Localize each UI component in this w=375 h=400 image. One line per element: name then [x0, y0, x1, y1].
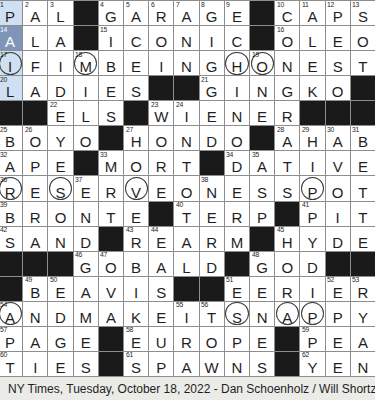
grid-cell-r9c6[interactable]: E [124, 202, 148, 226]
clue-number: 23 [151, 102, 158, 109]
grid-cell-r14c4[interactable]: E [74, 327, 98, 351]
grid-cell-r13c9[interactable]: 56T [200, 302, 224, 326]
grid-cell-r4c10[interactable]: I [225, 76, 249, 100]
grid-cell-r2c1[interactable]: 14A [0, 26, 22, 50]
cell-letter: N [250, 309, 274, 326]
grid-cell-r8c2[interactable]: E [23, 176, 47, 200]
clue-number: 37 [75, 177, 82, 184]
grid-cell-r1c13[interactable]: 11A [300, 1, 324, 25]
grid-cell-r5c13 [300, 101, 324, 125]
grid-cell-r11c5[interactable]: 47O [99, 252, 123, 276]
grid-cell-r10c8[interactable]: A [174, 227, 198, 251]
grid-cell-r7c11[interactable]: 35A [250, 151, 274, 175]
grid-cell-r1c5[interactable]: 4G [99, 1, 123, 25]
clue-number: 16 [277, 27, 284, 34]
grid-cell-r6c9[interactable]: D [200, 126, 224, 150]
grid-cell-r14c13[interactable]: 59P [300, 327, 324, 351]
grid-cell-r10c12[interactable]: 45H [275, 227, 299, 251]
grid-cell-r3c9[interactable]: G [200, 51, 224, 75]
cell-letter: P [149, 359, 173, 376]
grid-cell-r3c15[interactable]: T [351, 51, 375, 75]
grid-cell-r12c11[interactable]: E [250, 277, 274, 301]
grid-cell-r15c11[interactable]: S [250, 352, 274, 376]
grid-cell-r14c2[interactable]: A [23, 327, 47, 351]
grid-cell-r5c12[interactable]: R [275, 101, 299, 125]
grid-cell-r2c2[interactable]: L [23, 26, 47, 50]
grid-cell-r6c13[interactable]: 29H [300, 126, 324, 150]
cell-letter: S [124, 359, 148, 376]
grid-cell-r12c6[interactable]: I [124, 277, 148, 301]
grid-cell-r2c10[interactable]: C [225, 26, 249, 50]
cell-letter: E [149, 309, 173, 326]
grid-cell-r2c11 [250, 26, 274, 50]
cell-letter: S [74, 359, 98, 376]
clue-number: 26 [25, 127, 32, 134]
grid-cell-r15c14[interactable]: E [326, 352, 350, 376]
grid-cell-r14c8[interactable]: R [174, 327, 198, 351]
grid-cell-r12c15[interactable]: 53R [351, 277, 375, 301]
grid-cell-r9c10[interactable]: R [225, 202, 249, 226]
cell-letter: S [275, 184, 299, 201]
grid-cell-r9c2[interactable]: R [23, 202, 47, 226]
grid-cell-r11c12[interactable]: O [275, 252, 299, 276]
grid-cell-r10c2[interactable]: A [23, 227, 47, 251]
grid-cell-r1c14[interactable]: 12P [326, 1, 350, 25]
grid-cell-r13c1[interactable]: 54A [0, 302, 22, 326]
grid-cell-r2c6[interactable]: C [124, 26, 148, 50]
grid-cell-r15c5 [99, 352, 123, 376]
grid-cell-r5c7[interactable]: 23W [149, 101, 173, 125]
grid-cell-r5c15 [351, 101, 375, 125]
grid-cell-r2c13[interactable]: L [300, 26, 324, 50]
grid-cell-r10c4[interactable]: D [74, 227, 98, 251]
grid-cell-r10c13[interactable]: Y [300, 227, 324, 251]
cell-letter: E [48, 108, 72, 125]
grid-cell-r2c7[interactable]: O [149, 26, 173, 50]
cell-letter: Y [300, 359, 324, 376]
clue-number: 42 [0, 227, 7, 234]
cell-letter: A [300, 8, 324, 25]
cell-letter: E [74, 184, 98, 201]
cell-letter: O [200, 334, 224, 351]
cell-letter: P [23, 158, 47, 175]
grid-cell-r12c12[interactable]: R [275, 277, 299, 301]
grid-cell-r11c2 [23, 252, 47, 276]
grid-cell-r5c10[interactable]: N [225, 101, 249, 125]
grid-cell-r4c14[interactable]: O [326, 76, 350, 100]
grid-cell-r11c13[interactable]: D [300, 252, 324, 276]
grid-cell-r13c2[interactable]: N [23, 302, 47, 326]
clue-number: 5 [126, 2, 130, 9]
cell-letter: E [48, 284, 72, 301]
grid-cell-r8c3[interactable]: S [48, 176, 72, 200]
grid-cell-r9c4[interactable]: N [74, 202, 98, 226]
grid-cell-r4c1[interactable]: 20L [0, 76, 22, 100]
grid-cell-r14c1[interactable]: 57P [0, 327, 22, 351]
clue-number: 61 [126, 352, 133, 359]
cell-letter: T [174, 158, 198, 175]
grid-cell-r1c1[interactable]: 1P [0, 1, 22, 25]
grid-cell-r4c9[interactable]: 21G [200, 76, 224, 100]
grid-cell-r1c12[interactable]: 10C [275, 1, 299, 25]
cell-letter: A [250, 158, 274, 175]
grid-cell-r6c7[interactable]: O [149, 126, 173, 150]
cell-letter: O [275, 259, 299, 276]
grid-cell-r3c5[interactable]: B [99, 51, 123, 75]
cell-letter: E [149, 234, 173, 251]
clue-number: 49 [25, 277, 32, 284]
grid-cell-r11c6[interactable]: B [124, 252, 148, 276]
grid-cell-r12c2[interactable]: 49B [23, 277, 47, 301]
grid-cell-r8c10[interactable]: E [225, 176, 249, 200]
cell-letter: A [23, 334, 47, 351]
grid-cell-r14c15[interactable]: A [351, 327, 375, 351]
cell-letter: A [74, 284, 98, 301]
grid-cell-r3c6[interactable]: E [124, 51, 148, 75]
grid-cell-r12c14[interactable]: 52E [326, 277, 350, 301]
clue-number: 58 [126, 327, 133, 334]
grid-cell-r11c9[interactable]: D [200, 252, 224, 276]
cell-letter: A [174, 8, 198, 25]
grid-cell-r4c3[interactable]: D [48, 76, 72, 100]
grid-cell-r13c8[interactable]: 55I [174, 302, 198, 326]
grid-cell-r6c1[interactable]: 25B [0, 126, 22, 150]
grid-cell-r1c6[interactable]: 5A [124, 1, 148, 25]
grid-cell-r8c15[interactable]: T [351, 176, 375, 200]
clue-number: 52 [327, 277, 334, 284]
grid-cell-r15c6[interactable]: 61S [124, 352, 148, 376]
cell-letter: B [124, 259, 148, 276]
grid-cell-r12c9 [200, 277, 224, 301]
clue-number: 17 [0, 52, 7, 59]
grid-cell-r5c11[interactable]: E [250, 101, 274, 125]
cell-letter: K [300, 83, 324, 100]
grid-cell-r1c3[interactable]: 3L [48, 1, 72, 25]
grid-cell-r11c7[interactable]: A [149, 252, 173, 276]
grid-cell-r10c15[interactable]: E [351, 227, 375, 251]
grid-cell-r8c9[interactable]: 38N [200, 176, 224, 200]
grid-cell-r15c13[interactable]: 62Y [300, 352, 324, 376]
cell-letter: I [326, 209, 350, 226]
grid-cell-r3c12[interactable]: N [275, 51, 299, 75]
cell-letter: S [48, 184, 72, 201]
grid-cell-r15c1[interactable]: 60T [0, 352, 22, 376]
grid-cell-r4c5[interactable]: E [99, 76, 123, 100]
clue-number: 39 [0, 202, 7, 209]
grid-cell-r1c9[interactable]: 8G [200, 1, 224, 25]
cell-letter: P [326, 309, 350, 326]
grid-cell-r10c6[interactable]: 43R [124, 227, 148, 251]
grid-cell-r6c15[interactable]: 31B [351, 126, 375, 150]
grid-cell-r7c13[interactable]: I [300, 151, 324, 175]
grid-cell-r3c7[interactable]: I [149, 51, 173, 75]
grid-cell-r5c9[interactable]: E [200, 101, 224, 125]
grid-cell-r5c8[interactable]: 24I [174, 101, 198, 125]
grid-cell-r8c11[interactable]: S [250, 176, 274, 200]
cell-letter: O [250, 58, 274, 75]
grid-cell-r10c3[interactable]: N [48, 227, 72, 251]
grid-cell-r4c7 [149, 76, 173, 100]
grid-cell-r13c15[interactable]: Y [351, 302, 375, 326]
grid-cell-r1c11 [250, 1, 274, 25]
grid-cell-r9c3[interactable]: O [48, 202, 72, 226]
cell-letter: R [0, 184, 22, 201]
grid-cell-r3c13[interactable]: E [300, 51, 324, 75]
cell-letter: M [74, 309, 98, 326]
grid-cell-r14c3[interactable]: G [48, 327, 72, 351]
grid-cell-r4c13[interactable]: K [300, 76, 324, 100]
grid-cell-r8c8[interactable]: O [174, 176, 198, 200]
grid-cell-r15c7[interactable]: P [149, 352, 173, 376]
grid-cell-r13c4[interactable]: M [74, 302, 98, 326]
grid-cell-r15c9[interactable]: W [200, 352, 224, 376]
grid-cell-r8c14[interactable]: O [326, 176, 350, 200]
grid-cell-r2c3[interactable]: A [48, 26, 72, 50]
grid-cell-r13c14[interactable]: P [326, 302, 350, 326]
grid-cell-r8c6[interactable]: V [124, 176, 148, 200]
cell-letter: S [250, 359, 274, 376]
clue-number: 44 [151, 227, 158, 234]
cell-letter: L [174, 259, 198, 276]
grid-cell-r13c11[interactable]: N [250, 302, 274, 326]
grid-cell-r6c3[interactable]: Y [48, 126, 72, 150]
cell-letter: L [23, 33, 47, 50]
clue-number: 62 [302, 352, 309, 359]
clue-number: 8 [201, 2, 205, 9]
grid-cell-r6c8[interactable]: N [174, 126, 198, 150]
cell-letter: R [124, 234, 148, 251]
grid-cell-r3c1[interactable]: 17I [0, 51, 22, 75]
cell-letter: T [351, 184, 375, 201]
grid-cell-r6c10[interactable]: O [225, 126, 249, 150]
cell-letter: I [174, 309, 198, 326]
grid-cell-r4c6[interactable]: S [124, 76, 148, 100]
grid-cell-r7c8[interactable]: T [174, 151, 198, 175]
grid-cell-r15c8[interactable]: A [174, 352, 198, 376]
grid-cell-r12c10[interactable]: 51E [225, 277, 249, 301]
grid-cell-r3c3[interactable]: I [48, 51, 72, 75]
grid-cell-r4c4[interactable]: I [74, 76, 98, 100]
grid-cell-r7c3[interactable]: E [48, 151, 72, 175]
cell-letter: E [326, 334, 350, 351]
cell-letter: E [351, 158, 375, 175]
cell-letter: A [326, 133, 350, 150]
grid-cell-r15c15[interactable]: N [351, 352, 375, 376]
grid-cell-r13c12[interactable]: A [275, 302, 299, 326]
clue-number: 13 [352, 2, 359, 9]
grid-cell-r8c7[interactable]: E [149, 176, 173, 200]
cell-letter: E [149, 184, 173, 201]
grid-cell-r9c8[interactable]: 40T [174, 202, 198, 226]
grid-cell-r3c14[interactable]: S [326, 51, 350, 75]
grid-cell-r7c12[interactable]: T [275, 151, 299, 175]
grid-cell-r11c4[interactable]: 46G [74, 252, 98, 276]
grid-cell-r10c7[interactable]: 44E [149, 227, 173, 251]
cell-letter: A [48, 33, 72, 50]
cell-letter: I [0, 58, 22, 75]
grid-cell-r13c7[interactable]: E [149, 302, 173, 326]
grid-cell-r6c2[interactable]: 26O [23, 126, 47, 150]
grid-cell-r15c2[interactable]: I [23, 352, 47, 376]
grid-cell-r13c3[interactable]: D [48, 302, 72, 326]
grid-cell-r9c7 [149, 202, 173, 226]
grid-cell-r6c14[interactable]: 30A [326, 126, 350, 150]
grid-cell-r11c8[interactable]: L [174, 252, 198, 276]
grid-cell-r2c14[interactable]: E [326, 26, 350, 50]
cell-letter: S [351, 8, 375, 25]
grid-cell-r3c11[interactable]: 19O [250, 51, 274, 75]
cell-letter: N [74, 209, 98, 226]
grid-cell-r6c12[interactable]: 28A [275, 126, 299, 150]
grid-cell-r9c5[interactable]: T [99, 202, 123, 226]
grid-cell-r14c10[interactable]: P [225, 327, 249, 351]
grid-cell-r9c14[interactable]: I [326, 202, 350, 226]
grid-cell-r2c9[interactable]: I [200, 26, 224, 50]
cell-letter: K [124, 309, 148, 326]
cell-letter: I [300, 158, 324, 175]
grid-cell-r6c5 [99, 126, 123, 150]
cell-letter: E [99, 83, 123, 100]
clue-number: 29 [302, 127, 309, 134]
clue-number: 47 [100, 252, 107, 259]
grid-cell-r12c1 [0, 277, 22, 301]
grid-cell-r2c15[interactable]: O [351, 26, 375, 50]
grid-cell-r8c12[interactable]: S [275, 176, 299, 200]
cell-letter: T [351, 58, 375, 75]
grid-cell-r12c3[interactable]: 50E [48, 277, 72, 301]
grid-cell-r4c2[interactable]: A [23, 76, 47, 100]
grid-cell-r1c4 [74, 1, 98, 25]
grid-cell-r9c13[interactable]: 41P [300, 202, 324, 226]
clue-number: 11 [302, 2, 309, 9]
clue-number: 57 [0, 327, 7, 334]
grid-cell-r7c14[interactable]: V [326, 151, 350, 175]
grid-cell-r13c6[interactable]: K [124, 302, 148, 326]
cell-letter: T [275, 158, 299, 175]
grid-cell-r10c9[interactable]: R [200, 227, 224, 251]
grid-cell-r11c11[interactable]: 48G [250, 252, 274, 276]
grid-cell-r14c11[interactable]: E [250, 327, 274, 351]
grid-cell-r6c11 [250, 126, 274, 150]
grid-cell-r7c15[interactable]: E [351, 151, 375, 175]
cell-letter: E [124, 209, 148, 226]
grid-cell-r13c5[interactable]: A [99, 302, 123, 326]
cell-letter: E [48, 158, 72, 175]
grid-cell-r10c10[interactable]: M [225, 227, 249, 251]
grid-cell-r8c5[interactable]: R [99, 176, 123, 200]
grid-cell-r1c8[interactable]: 7A [174, 1, 198, 25]
grid-cell-r4c12[interactable]: G [275, 76, 299, 100]
cell-letter: I [300, 284, 324, 301]
grid-cell-r3c10[interactable]: H [225, 51, 249, 75]
cell-letter: P [300, 334, 324, 351]
cell-letter: Y [351, 309, 375, 326]
cell-letter: I [48, 58, 72, 75]
grid-cell-r6c6[interactable]: 27H [124, 126, 148, 150]
grid-cell-r2c12[interactable]: 16O [275, 26, 299, 50]
cell-letter: L [0, 83, 22, 100]
grid-cell-r7c5[interactable]: 33M [99, 151, 123, 175]
grid-cell-r7c7[interactable]: R [149, 151, 173, 175]
cell-letter: H [275, 234, 299, 251]
grid-cell-r13c13[interactable]: P [300, 302, 324, 326]
grid-cell-r12c5[interactable]: V [99, 277, 123, 301]
grid-cell-r13c10[interactable]: S [225, 302, 249, 326]
grid-cell-r15c4[interactable]: S [74, 352, 98, 376]
grid-cell-r9c15[interactable]: T [351, 202, 375, 226]
cell-letter: R [174, 334, 198, 351]
grid-cell-r5c4[interactable]: L [74, 101, 98, 125]
cell-letter: G [250, 259, 274, 276]
grid-cell-r7c1[interactable]: 32A [0, 151, 22, 175]
grid-cell-r3c2[interactable]: F [23, 51, 47, 75]
grid-cell-r14c7[interactable]: U [149, 327, 173, 351]
grid-cell-r12c4[interactable]: A [74, 277, 98, 301]
grid-cell-r9c9[interactable]: E [200, 202, 224, 226]
cell-letter: M [225, 234, 249, 251]
cell-letter: B [0, 209, 22, 226]
cell-letter: D [48, 309, 72, 326]
grid-cell-r5c3[interactable]: 22E [48, 101, 72, 125]
grid-cell-r10c14[interactable]: D [326, 227, 350, 251]
clue-number: 33 [100, 152, 107, 159]
grid-cell-r2c8[interactable]: N [174, 26, 198, 50]
grid-cell-r1c15[interactable]: 13S [351, 1, 375, 25]
grid-cell-r3c4[interactable]: 18M [74, 51, 98, 75]
cell-letter: S [326, 58, 350, 75]
clue-number: 45 [277, 227, 284, 234]
grid-cell-r9c11[interactable]: P [250, 202, 274, 226]
clue-number: 36 [0, 177, 7, 184]
grid-cell-r8c13[interactable]: P [300, 176, 324, 200]
clue-number: 12 [327, 2, 334, 9]
grid-cell-r5c2 [23, 101, 47, 125]
clue-number: 59 [302, 327, 309, 334]
grid-cell-r7c6[interactable]: O [124, 151, 148, 175]
grid-cell-r8c4[interactable]: 37E [74, 176, 98, 200]
cell-letter: B [23, 284, 47, 301]
grid-cell-r14c6[interactable]: 58E [124, 327, 148, 351]
grid-cell-r6c4[interactable]: O [74, 126, 98, 150]
grid-cell-r8c1[interactable]: 36R [0, 176, 22, 200]
grid-cell-r7c10[interactable]: 34D [225, 151, 249, 175]
grid-cell-r1c7[interactable]: 6R [149, 1, 173, 25]
grid-cell-r14c14[interactable]: E [326, 327, 350, 351]
cell-letter: P [0, 334, 22, 351]
grid-cell-r4c15 [351, 76, 375, 100]
grid-cell-r1c10[interactable]: 9E [225, 1, 249, 25]
grid-cell-r7c2[interactable]: P [23, 151, 47, 175]
grid-cell-r10c1[interactable]: 42S [0, 227, 22, 251]
cell-letter: N [23, 309, 47, 326]
clue-number: 15 [100, 27, 107, 34]
grid-cell-r3c8[interactable]: N [174, 51, 198, 75]
grid-cell-r5c5[interactable]: S [99, 101, 123, 125]
grid-cell-r12c7[interactable]: S [149, 277, 173, 301]
cell-letter: E [326, 33, 350, 50]
cell-letter: O [23, 133, 47, 150]
grid-cell-r14c9[interactable]: O [200, 327, 224, 351]
grid-cell-r15c3[interactable]: E [48, 352, 72, 376]
grid-cell-r1c2[interactable]: 2A [23, 1, 47, 25]
grid-cell-r15c10[interactable]: N [225, 352, 249, 376]
cell-letter: W [200, 359, 224, 376]
cell-letter: N [275, 58, 299, 75]
grid-cell-r9c1[interactable]: 39B [0, 202, 22, 226]
grid-cell-r4c11[interactable]: N [250, 76, 274, 100]
grid-cell-r2c5[interactable]: 15I [99, 26, 123, 50]
grid-cell-r12c13[interactable]: I [300, 277, 324, 301]
